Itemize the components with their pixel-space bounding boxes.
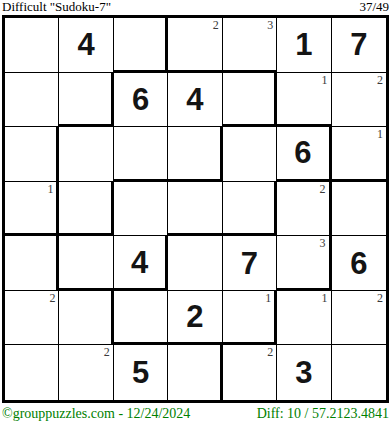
given-digit: 3 xyxy=(295,357,312,388)
board-wrap: 42317641261124736221122523 xyxy=(0,15,391,403)
given-digit: 7 xyxy=(241,248,258,279)
cell-r5c1[interactable] xyxy=(5,236,59,291)
cell-r2c6[interactable]: 1 xyxy=(277,73,331,128)
cell-r6c5[interactable]: 1 xyxy=(223,291,277,346)
corner-mark: 2 xyxy=(377,73,383,87)
corner-mark: 1 xyxy=(322,291,328,305)
cell-r3c6[interactable]: 6 xyxy=(277,127,331,182)
given-digit: 6 xyxy=(350,248,367,279)
cell-r3c7[interactable]: 1 xyxy=(332,127,386,182)
cell-r4c5[interactable] xyxy=(223,182,277,237)
cell-r5c5[interactable]: 7 xyxy=(223,236,277,291)
corner-mark: 1 xyxy=(377,127,383,141)
cell-r5c4[interactable] xyxy=(168,236,222,291)
cell-r3c3[interactable] xyxy=(114,127,168,182)
cell-r6c4[interactable]: 2 xyxy=(168,291,222,346)
cell-r7c2[interactable]: 2 xyxy=(59,345,113,400)
corner-mark: 3 xyxy=(267,18,273,32)
cell-r4c6[interactable]: 2 xyxy=(277,182,331,237)
corner-mark: 2 xyxy=(213,18,219,32)
given-digit: 4 xyxy=(186,84,203,115)
cell-r4c2[interactable] xyxy=(59,182,113,237)
cell-r3c1[interactable] xyxy=(5,127,59,182)
cell-r7c7[interactable] xyxy=(332,345,386,400)
cell-r5c6[interactable]: 3 xyxy=(277,236,331,291)
cell-r3c2[interactable] xyxy=(59,127,113,182)
corner-mark: 2 xyxy=(377,291,383,305)
cell-r2c2[interactable] xyxy=(59,73,113,128)
puzzle-page: Difficult "Sudoku-7" 37/49 4231764126112… xyxy=(0,0,391,426)
cell-r7c5[interactable]: 2 xyxy=(223,345,277,400)
cell-r2c3[interactable]: 6 xyxy=(114,73,168,128)
corner-mark: 2 xyxy=(104,345,110,359)
cell-r2c1[interactable] xyxy=(5,73,59,128)
cell-r4c3[interactable] xyxy=(114,182,168,237)
corner-mark: 1 xyxy=(265,291,271,305)
cell-r1c4[interactable]: 2 xyxy=(168,18,222,73)
cell-r1c7[interactable]: 7 xyxy=(332,18,386,73)
cell-r5c2[interactable] xyxy=(59,236,113,291)
cell-r2c7[interactable]: 2 xyxy=(332,73,386,128)
corner-mark: 1 xyxy=(322,73,328,87)
cell-r2c4[interactable]: 4 xyxy=(168,73,222,128)
cell-r6c1[interactable]: 2 xyxy=(5,291,59,346)
cell-r7c4[interactable] xyxy=(168,345,222,400)
cell-r6c7[interactable]: 2 xyxy=(332,291,386,346)
cell-r4c1[interactable]: 1 xyxy=(5,182,59,237)
footer: ©grouppuzzles.com - 12/24/2024 Diff: 10 … xyxy=(0,403,391,422)
copyright-credit: ©grouppuzzles.com - 12/24/2024 xyxy=(2,406,190,422)
given-digit: 6 xyxy=(294,137,311,168)
cell-r6c3[interactable] xyxy=(114,291,168,346)
cell-r1c1[interactable] xyxy=(5,18,59,73)
cell-r6c6[interactable]: 1 xyxy=(277,291,331,346)
header: Difficult "Sudoku-7" 37/49 xyxy=(0,0,391,15)
corner-mark: 2 xyxy=(267,345,273,359)
corner-mark: 3 xyxy=(320,236,326,250)
cell-r2c5[interactable] xyxy=(223,73,277,128)
given-digit: 4 xyxy=(78,29,95,60)
puzzle-counter: 37/49 xyxy=(359,0,389,15)
cell-r1c6[interactable]: 1 xyxy=(277,18,331,73)
cell-r7c6[interactable]: 3 xyxy=(277,345,331,400)
cell-r4c4[interactable] xyxy=(168,182,222,237)
cell-r3c5[interactable] xyxy=(223,127,277,182)
given-digit: 2 xyxy=(186,301,203,332)
page-title: Difficult "Sudoku-7" xyxy=(2,0,111,15)
corner-mark: 1 xyxy=(47,182,53,196)
given-digit: 7 xyxy=(350,29,367,60)
corner-mark: 2 xyxy=(320,182,326,196)
given-digit: 4 xyxy=(131,247,148,278)
corner-mark: 2 xyxy=(49,291,55,305)
cell-r3c4[interactable] xyxy=(168,127,222,182)
cell-r1c2[interactable]: 4 xyxy=(59,18,113,73)
cell-r4c7[interactable] xyxy=(332,182,386,237)
sudoku-board: 42317641261124736221122523 xyxy=(2,15,389,403)
cell-r6c2[interactable] xyxy=(59,291,113,346)
cell-r7c1[interactable] xyxy=(5,345,59,400)
difficulty-text: Diff: 10 / 57.2123.4841 xyxy=(257,406,389,422)
cell-r1c5[interactable]: 3 xyxy=(223,18,277,73)
cell-r1c3[interactable] xyxy=(114,18,168,73)
cell-r7c3[interactable]: 5 xyxy=(114,345,168,400)
cell-r5c7[interactable]: 6 xyxy=(332,236,386,291)
cell-r5c3[interactable]: 4 xyxy=(114,236,168,291)
given-digit: 6 xyxy=(132,84,149,115)
given-digit: 5 xyxy=(132,357,149,388)
given-digit: 1 xyxy=(295,29,312,60)
